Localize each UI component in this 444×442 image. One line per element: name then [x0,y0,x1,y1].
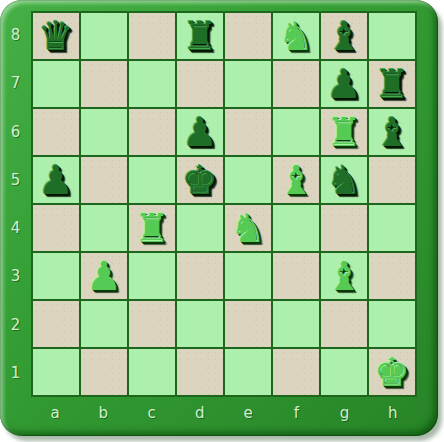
board-frame: 87654321 ♛♜♞♝♟♜♟♜♝♟♚♝♞♜♞♟♝♚ abcdefgh [0,0,438,436]
piece-white-bishop-f5[interactable]: ♝ [278,157,314,203]
square-b3[interactable]: ♟ [81,253,127,299]
square-d6[interactable]: ♟ [177,109,223,155]
piece-black-rook-h7[interactable]: ♜ [374,61,410,107]
square-f2[interactable] [273,301,319,347]
square-g2[interactable] [321,301,367,347]
square-a1[interactable] [33,349,79,395]
square-g4[interactable] [321,205,367,251]
square-f7[interactable] [273,61,319,107]
rank-label-2: 2 [0,301,31,349]
square-c3[interactable] [129,253,175,299]
square-b4[interactable] [81,205,127,251]
square-c6[interactable] [129,109,175,155]
square-b8[interactable] [81,13,127,59]
square-g7[interactable]: ♟ [321,61,367,107]
square-f3[interactable] [273,253,319,299]
piece-white-rook-g6[interactable]: ♜ [326,109,362,155]
file-labels: abcdefgh [31,397,417,436]
square-a7[interactable] [33,61,79,107]
square-a6[interactable] [33,109,79,155]
piece-black-pawn-a5[interactable]: ♟ [38,157,74,203]
square-c7[interactable] [129,61,175,107]
piece-white-knight-e4[interactable]: ♞ [230,205,266,251]
square-e4[interactable]: ♞ [225,205,271,251]
piece-black-bishop-g8[interactable]: ♝ [326,13,362,59]
square-b7[interactable] [81,61,127,107]
file-label-f: f [272,404,320,422]
rank-label-4: 4 [0,204,31,252]
file-label-a: a [31,404,79,422]
piece-white-knight-f8[interactable]: ♞ [278,13,314,59]
file-label-e: e [224,404,272,422]
square-h5[interactable] [369,157,415,203]
square-h1[interactable]: ♚ [369,349,415,395]
square-h6[interactable]: ♝ [369,109,415,155]
square-e6[interactable] [225,109,271,155]
chess-board[interactable]: ♛♜♞♝♟♜♟♜♝♟♚♝♞♜♞♟♝♚ [31,11,417,397]
square-g1[interactable] [321,349,367,395]
square-e7[interactable] [225,61,271,107]
file-label-d: d [176,404,224,422]
square-b2[interactable] [81,301,127,347]
square-d3[interactable] [177,253,223,299]
piece-black-pawn-d6[interactable]: ♟ [182,109,218,155]
square-a4[interactable] [33,205,79,251]
square-d8[interactable]: ♜ [177,13,223,59]
square-c8[interactable] [129,13,175,59]
square-e3[interactable] [225,253,271,299]
piece-black-rook-d8[interactable]: ♜ [182,13,218,59]
square-b5[interactable] [81,157,127,203]
piece-black-queen-a8[interactable]: ♛ [38,13,74,59]
square-d1[interactable] [177,349,223,395]
file-label-c: c [128,404,176,422]
square-d7[interactable] [177,61,223,107]
piece-black-bishop-h6[interactable]: ♝ [374,109,410,155]
file-label-b: b [79,404,127,422]
square-c1[interactable] [129,349,175,395]
square-e2[interactable] [225,301,271,347]
square-g3[interactable]: ♝ [321,253,367,299]
square-b6[interactable] [81,109,127,155]
rank-labels: 87654321 [0,11,31,397]
square-a5[interactable]: ♟ [33,157,79,203]
piece-black-pawn-g7[interactable]: ♟ [326,61,362,107]
square-h4[interactable] [369,205,415,251]
square-f5[interactable]: ♝ [273,157,319,203]
file-label-h: h [369,404,417,422]
square-f4[interactable] [273,205,319,251]
square-d4[interactable] [177,205,223,251]
square-d2[interactable] [177,301,223,347]
rank-label-7: 7 [0,59,31,107]
square-b1[interactable] [81,349,127,395]
piece-black-king-d5[interactable]: ♚ [182,157,218,203]
square-d5[interactable]: ♚ [177,157,223,203]
square-g8[interactable]: ♝ [321,13,367,59]
piece-white-rook-c4[interactable]: ♜ [134,205,170,251]
square-c5[interactable] [129,157,175,203]
square-c2[interactable] [129,301,175,347]
file-label-g: g [321,404,369,422]
chess-app-window: 87654321 ♛♜♞♝♟♜♟♜♝♟♚♝♞♜♞♟♝♚ abcdefgh [0,0,444,442]
square-g5[interactable]: ♞ [321,157,367,203]
square-e1[interactable] [225,349,271,395]
piece-black-knight-g5[interactable]: ♞ [326,157,362,203]
square-c4[interactable]: ♜ [129,205,175,251]
square-f6[interactable] [273,109,319,155]
piece-white-bishop-g3[interactable]: ♝ [326,253,362,299]
piece-white-pawn-b3[interactable]: ♟ [86,253,122,299]
square-h2[interactable] [369,301,415,347]
square-h7[interactable]: ♜ [369,61,415,107]
square-e8[interactable] [225,13,271,59]
square-g6[interactable]: ♜ [321,109,367,155]
piece-white-king-h1[interactable]: ♚ [374,349,410,395]
rank-label-1: 1 [0,349,31,397]
square-f8[interactable]: ♞ [273,13,319,59]
square-a2[interactable] [33,301,79,347]
rank-label-5: 5 [0,156,31,204]
square-h3[interactable] [369,253,415,299]
rank-label-3: 3 [0,252,31,300]
square-f1[interactable] [273,349,319,395]
square-a8[interactable]: ♛ [33,13,79,59]
square-e5[interactable] [225,157,271,203]
rank-label-8: 8 [0,11,31,59]
rank-label-6: 6 [0,108,31,156]
square-a3[interactable] [33,253,79,299]
square-h8[interactable] [369,13,415,59]
